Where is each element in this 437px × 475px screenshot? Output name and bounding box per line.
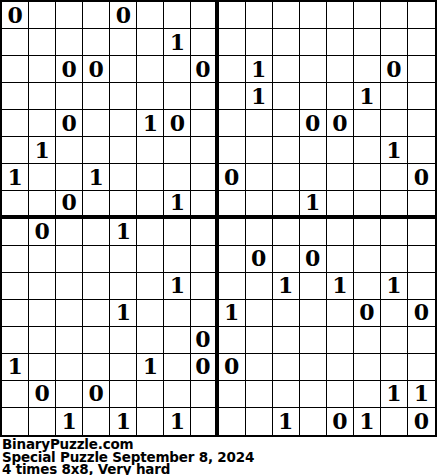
cell-r11c6[interactable] [137,273,164,300]
cell-r12c16-given: 0 [408,300,435,327]
cell-r4c3[interactable] [56,83,83,110]
cell-r13c8-given: 0 [191,327,218,354]
cell-r13c13[interactable] [327,327,354,354]
cell-r10c16[interactable] [408,246,435,273]
cell-r12c8[interactable] [191,300,218,327]
cell-r15c16-given: 1 [408,381,435,408]
cell-r1c15[interactable] [381,2,408,29]
cell-r9c2-given: 0 [29,219,56,246]
cell-r15c3[interactable] [56,381,83,408]
cell-r4c8[interactable] [191,83,218,110]
cell-r8c8[interactable] [191,191,218,218]
cell-r14c3[interactable] [56,354,83,381]
cell-r10c6[interactable] [137,246,164,273]
cell-r10c5[interactable] [110,246,137,273]
cell-r13c15[interactable] [381,327,408,354]
cell-r2c10[interactable] [246,29,273,56]
cell-r5c1[interactable] [2,110,29,137]
cell-r14c2[interactable] [29,354,56,381]
cell-r11c3[interactable] [56,273,83,300]
cell-r15c15-given: 1 [381,381,408,408]
cell-r8c4[interactable] [83,191,110,218]
cell-r1c7[interactable] [164,2,191,29]
cell-r16c2[interactable] [29,408,56,435]
cell-r3c13[interactable] [327,56,354,83]
cell-r16c5-given: 1 [110,408,137,435]
cell-r7c16-given: 0 [408,164,435,191]
cell-r6c8[interactable] [191,137,218,164]
cell-r16c10[interactable] [246,408,273,435]
cell-r3c1[interactable] [2,56,29,83]
cell-r9c1[interactable] [2,219,29,246]
cell-r16c11-given: 1 [273,408,300,435]
cell-r7c13[interactable] [327,164,354,191]
cell-r16c14-given: 1 [354,408,381,435]
cell-r7c8[interactable] [191,164,218,191]
cell-r14c14[interactable] [354,354,381,381]
cell-r1c8[interactable] [191,2,218,29]
cell-r10c14[interactable] [354,246,381,273]
cell-r14c15[interactable] [381,354,408,381]
cell-r1c12[interactable] [300,2,327,29]
cell-r1c11[interactable] [273,2,300,29]
cell-r8c10[interactable] [246,191,273,218]
cell-r10c13[interactable] [327,246,354,273]
cell-r6c6[interactable] [137,137,164,164]
cell-r2c7-given: 1 [164,29,191,56]
cell-r6c4[interactable] [83,137,110,164]
cell-r14c9-given: 0 [219,354,246,381]
cell-r10c9[interactable] [219,246,246,273]
cell-r7c10[interactable] [246,164,273,191]
cell-r5c9[interactable] [219,110,246,137]
cell-r4c7[interactable] [164,83,191,110]
cell-r8c5[interactable] [110,191,137,218]
cell-r1c13[interactable] [327,2,354,29]
cell-r12c13[interactable] [327,300,354,327]
cell-r14c1-given: 1 [2,354,29,381]
cell-r3c15-given: 0 [381,56,408,83]
cell-r11c10[interactable] [246,273,273,300]
cell-r9c7[interactable] [164,219,191,246]
cell-r2c2[interactable] [29,29,56,56]
cell-r7c9-given: 0 [219,164,246,191]
cell-r6c12[interactable] [300,137,327,164]
cell-r6c1[interactable] [2,137,29,164]
cell-r3c6[interactable] [137,56,164,83]
cell-r4c1[interactable] [2,83,29,110]
cell-r2c6[interactable] [137,29,164,56]
cell-r12c2[interactable] [29,300,56,327]
cell-r16c16-given: 0 [408,408,435,435]
cell-r2c16[interactable] [408,29,435,56]
cell-r5c3-given: 0 [56,110,83,137]
cell-r2c14[interactable] [354,29,381,56]
cell-r13c10[interactable] [246,327,273,354]
cell-r9c12[interactable] [300,219,327,246]
cell-r5c2[interactable] [29,110,56,137]
cell-r14c5[interactable] [110,354,137,381]
cell-r14c10[interactable] [246,354,273,381]
cell-r14c13[interactable] [327,354,354,381]
cell-r15c6[interactable] [137,381,164,408]
cell-r13c3[interactable] [56,327,83,354]
cell-r9c8[interactable] [191,219,218,246]
cell-r10c10-given: 0 [246,246,273,273]
cell-r3c7[interactable] [164,56,191,83]
cell-r9c14[interactable] [354,219,381,246]
cell-r8c15[interactable] [381,191,408,218]
cell-r8c7-given: 1 [164,191,191,218]
cell-r8c3-given: 0 [56,191,83,218]
cell-r16c9[interactable] [219,408,246,435]
cell-r7c4-given: 1 [83,164,110,191]
cell-r6c14[interactable] [354,137,381,164]
cell-r16c4[interactable] [83,408,110,435]
cell-r15c5[interactable] [110,381,137,408]
cell-r8c6[interactable] [137,191,164,218]
cell-r6c11[interactable] [273,137,300,164]
cell-r1c2[interactable] [29,2,56,29]
cell-r12c9-given: 1 [219,300,246,327]
cell-r3c3-given: 0 [56,56,83,83]
cell-r11c11-given: 1 [273,273,300,300]
cell-r4c14-given: 1 [354,83,381,110]
cell-r1c16[interactable] [408,2,435,29]
cell-r14c7[interactable] [164,354,191,381]
cell-r3c4-given: 0 [83,56,110,83]
cell-r9c16[interactable] [408,219,435,246]
cell-r2c1[interactable] [2,29,29,56]
cell-r6c3[interactable] [56,137,83,164]
cell-r4c5[interactable] [110,83,137,110]
cell-r2c12[interactable] [300,29,327,56]
cell-r14c11[interactable] [273,354,300,381]
cell-r1c10[interactable] [246,2,273,29]
cell-r4c13[interactable] [327,83,354,110]
cell-r12c14-given: 0 [354,300,381,327]
cell-r13c7[interactable] [164,327,191,354]
cell-r15c10[interactable] [246,381,273,408]
cell-r4c16[interactable] [408,83,435,110]
cell-r13c14[interactable] [354,327,381,354]
cell-r8c16[interactable] [408,191,435,218]
cell-r9c4[interactable] [83,219,110,246]
cell-r1c1-given: 0 [2,2,29,29]
cell-r10c12-given: 0 [300,246,327,273]
cell-r5c7-given: 0 [164,110,191,137]
cell-r12c12[interactable] [300,300,327,327]
cell-r11c4[interactable] [83,273,110,300]
cell-r6c15-given: 1 [381,137,408,164]
cell-r6c5[interactable] [110,137,137,164]
cell-r9c13[interactable] [327,219,354,246]
cell-r15c8[interactable] [191,381,218,408]
cell-r2c9[interactable] [219,29,246,56]
cell-r15c11[interactable] [273,381,300,408]
cell-r9c5-given: 1 [110,219,137,246]
cell-r5c11[interactable] [273,110,300,137]
cell-r12c10[interactable] [246,300,273,327]
cell-r3c2[interactable] [29,56,56,83]
cell-r7c3[interactable] [56,164,83,191]
cell-r4c15[interactable] [381,83,408,110]
cell-r5c5[interactable] [110,110,137,137]
cell-r16c13-given: 0 [327,408,354,435]
cell-r3c8-given: 0 [191,56,218,83]
cell-r15c14[interactable] [354,381,381,408]
cell-r4c2[interactable] [29,83,56,110]
cell-r1c6[interactable] [137,2,164,29]
cell-r9c15[interactable] [381,219,408,246]
cell-r12c5-given: 1 [110,300,137,327]
cell-r9c10[interactable] [246,219,273,246]
cell-r5c4[interactable] [83,110,110,137]
cell-r5c16[interactable] [408,110,435,137]
cell-r16c12[interactable] [300,408,327,435]
cell-r2c5[interactable] [110,29,137,56]
cell-r4c11[interactable] [273,83,300,110]
cell-r7c5[interactable] [110,164,137,191]
cell-r5c8[interactable] [191,110,218,137]
cell-r4c9[interactable] [219,83,246,110]
cell-r9c3[interactable] [56,219,83,246]
cell-r14c8-given: 0 [191,354,218,381]
cell-r7c1-given: 1 [2,164,29,191]
cell-r13c11[interactable] [273,327,300,354]
cell-r15c12[interactable] [300,381,327,408]
cell-r15c2-given: 0 [29,381,56,408]
cell-r11c15-given: 1 [381,273,408,300]
cell-r6c13[interactable] [327,137,354,164]
cell-r5c13-given: 0 [327,110,354,137]
cell-r10c7[interactable] [164,246,191,273]
footer: BinaryPuzzle.com Special Puzzle Septembe… [0,437,437,475]
cell-r11c9[interactable] [219,273,246,300]
cell-r1c3[interactable] [56,2,83,29]
cell-r10c3[interactable] [56,246,83,273]
cell-r16c6[interactable] [137,408,164,435]
cell-r16c15[interactable] [381,408,408,435]
cell-r3c12[interactable] [300,56,327,83]
cell-r8c12-given: 1 [300,191,327,218]
cell-r5c6-given: 1 [137,110,164,137]
cell-r14c6-given: 1 [137,354,164,381]
cell-r11c13-given: 1 [327,273,354,300]
cell-r13c16[interactable] [408,327,435,354]
cell-r2c11[interactable] [273,29,300,56]
cell-r13c2[interactable] [29,327,56,354]
cell-r7c14[interactable] [354,164,381,191]
cell-r1c14[interactable] [354,2,381,29]
puzzle-subtitle: 4 times 8x8, Very hard [2,463,437,475]
cell-r16c1[interactable] [2,408,29,435]
cell-r10c2[interactable] [29,246,56,273]
cell-r6c7[interactable] [164,137,191,164]
cell-r16c8[interactable] [191,408,218,435]
cell-r5c12-given: 0 [300,110,327,137]
cell-r15c1[interactable] [2,381,29,408]
cell-r1c5-given: 0 [110,2,137,29]
cell-r15c9[interactable] [219,381,246,408]
cell-r13c5[interactable] [110,327,137,354]
cell-r11c16[interactable] [408,273,435,300]
cell-r16c7-given: 1 [164,408,191,435]
cell-r3c5[interactable] [110,56,137,83]
cell-r12c11[interactable] [273,300,300,327]
cell-r11c7-given: 1 [164,273,191,300]
cell-r2c15[interactable] [381,29,408,56]
cell-r12c1[interactable] [2,300,29,327]
cell-r2c8[interactable] [191,29,218,56]
cell-r6c16[interactable] [408,137,435,164]
cell-r12c6[interactable] [137,300,164,327]
cell-r4c6[interactable] [137,83,164,110]
cell-r10c15[interactable] [381,246,408,273]
cell-r8c11[interactable] [273,191,300,218]
cell-r7c12[interactable] [300,164,327,191]
cell-r3c9[interactable] [219,56,246,83]
cell-r6c10[interactable] [246,137,273,164]
cell-r7c11[interactable] [273,164,300,191]
cell-r8c13[interactable] [327,191,354,218]
cell-r3c14[interactable] [354,56,381,83]
cell-r3c10-given: 1 [246,56,273,83]
cell-r1c4[interactable] [83,2,110,29]
cell-r2c3[interactable] [56,29,83,56]
cell-r11c8[interactable] [191,273,218,300]
cell-r4c12[interactable] [300,83,327,110]
cell-r11c1[interactable] [2,273,29,300]
cell-r6c9[interactable] [219,137,246,164]
puzzle-board: 0010001011010001111000110100111111000110… [0,0,437,437]
cell-r11c14[interactable] [354,273,381,300]
cell-r13c4[interactable] [83,327,110,354]
cell-r13c9[interactable] [219,327,246,354]
cell-r14c4[interactable] [83,354,110,381]
cell-r9c11[interactable] [273,219,300,246]
cell-r6c2-given: 1 [29,137,56,164]
cell-r4c10-given: 1 [246,83,273,110]
cell-r15c7[interactable] [164,381,191,408]
cell-r8c9[interactable] [219,191,246,218]
cell-r10c8[interactable] [191,246,218,273]
cell-r15c4-given: 0 [83,381,110,408]
cell-r12c3[interactable] [56,300,83,327]
cell-r9c9[interactable] [219,219,246,246]
cell-r11c2[interactable] [29,273,56,300]
cell-r11c12[interactable] [300,273,327,300]
cell-r2c13[interactable] [327,29,354,56]
cell-r8c1[interactable] [2,191,29,218]
cell-r10c11[interactable] [273,246,300,273]
cell-r12c15[interactable] [381,300,408,327]
cell-r10c1[interactable] [2,246,29,273]
cell-r15c13[interactable] [327,381,354,408]
cell-r7c6[interactable] [137,164,164,191]
cell-r1c9[interactable] [219,2,246,29]
cell-r12c4[interactable] [83,300,110,327]
cell-r7c2[interactable] [29,164,56,191]
cell-r13c12[interactable] [300,327,327,354]
cell-r7c15[interactable] [381,164,408,191]
cell-r8c14[interactable] [354,191,381,218]
cell-r14c12[interactable] [300,354,327,381]
cell-r11c5[interactable] [110,273,137,300]
cell-r5c14[interactable] [354,110,381,137]
cell-r13c1[interactable] [2,327,29,354]
cell-r10c4[interactable] [83,246,110,273]
cell-r16c3-given: 1 [56,408,83,435]
cell-r12c7[interactable] [164,300,191,327]
cell-r9c6[interactable] [137,219,164,246]
cell-r13c6[interactable] [137,327,164,354]
cell-r3c16[interactable] [408,56,435,83]
cell-r7c7[interactable] [164,164,191,191]
cell-r8c2[interactable] [29,191,56,218]
cell-r4c4[interactable] [83,83,110,110]
cell-r14c16[interactable] [408,354,435,381]
cell-r3c11[interactable] [273,56,300,83]
cell-r5c10[interactable] [246,110,273,137]
cell-r2c4[interactable] [83,29,110,56]
cell-r5c15[interactable] [381,110,408,137]
